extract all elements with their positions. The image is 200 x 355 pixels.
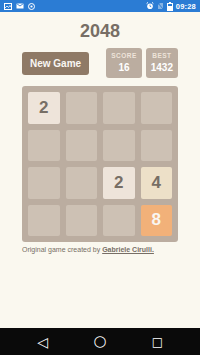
empty-cell-r3c2 [66, 167, 98, 199]
best-value: 1432 [151, 62, 173, 73]
android-nav-bar: ◁ ○ □ [0, 328, 200, 355]
status-bar: 09:28 [0, 0, 200, 12]
back-icon[interactable]: ◁ [31, 330, 55, 354]
empty-cell-r2c2 [66, 130, 98, 162]
mail-icon [16, 3, 24, 9]
gallery-icon [4, 3, 12, 10]
empty-cell-r3c1 [28, 167, 60, 199]
score-value: 16 [111, 62, 137, 73]
score-box: SCORE 16 [106, 48, 142, 78]
alarm-icon [146, 2, 154, 10]
empty-cell-r2c4 [141, 130, 173, 162]
toolbar: New Game SCORE 16 BEST 1432 [22, 48, 178, 78]
record-icon [28, 3, 35, 10]
best-label: BEST [151, 52, 173, 59]
game-board[interactable]: 2248 [22, 86, 178, 242]
empty-cell-r4c3 [103, 205, 135, 237]
new-game-button[interactable]: New Game [22, 52, 89, 75]
status-bar-clock: 09:28 [176, 2, 196, 11]
page-title: 2048 [0, 21, 200, 42]
no-sim-icon [157, 2, 164, 10]
empty-cell-r1c3 [103, 92, 135, 124]
score-boxes: SCORE 16 BEST 1432 [106, 48, 178, 78]
empty-cell-r1c2 [66, 92, 98, 124]
tile-4-r3c4: 4 [141, 167, 173, 199]
empty-cell-r1c4 [141, 92, 173, 124]
best-box: BEST 1432 [146, 48, 178, 78]
home-icon[interactable]: ○ [88, 330, 112, 354]
attribution-text: Original game created by [22, 246, 102, 253]
recents-icon[interactable]: □ [145, 330, 169, 354]
battery-icon [167, 2, 173, 11]
app-content: 2048 New Game SCORE 16 BEST 1432 2248 Or… [0, 12, 200, 328]
empty-cell-r2c3 [103, 130, 135, 162]
status-bar-notifications [4, 3, 35, 10]
empty-cell-r2c1 [28, 130, 60, 162]
status-bar-system-icons: 09:28 [146, 2, 196, 11]
tile-2-r3c3: 2 [103, 167, 135, 199]
tile-2-r1c1: 2 [28, 92, 60, 124]
attribution: Original game created by Gabriele Cirull… [22, 246, 200, 253]
attribution-link[interactable]: Gabriele Cirulli. [102, 246, 154, 253]
empty-cell-r4c2 [66, 205, 98, 237]
score-label: SCORE [111, 52, 137, 59]
tile-8-r4c4: 8 [141, 205, 173, 237]
empty-cell-r4c1 [28, 205, 60, 237]
